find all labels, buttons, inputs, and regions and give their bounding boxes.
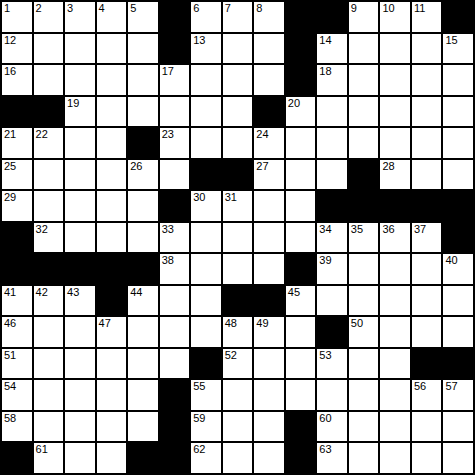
cell-r7-c5[interactable] (128, 191, 158, 221)
cell-r12-c4[interactable] (97, 349, 127, 379)
cell-r5-c15[interactable] (443, 128, 473, 158)
black-cell-r14-c6 (160, 412, 190, 442)
black-cell-r12-c14 (412, 349, 442, 379)
clue-number-18: 18 (319, 65, 331, 78)
cell-r12-c8[interactable]: 52 (223, 349, 253, 379)
cell-r6-c5[interactable]: 26 (128, 160, 158, 190)
cell-r9-c6[interactable]: 38 (160, 254, 190, 284)
cell-r12-c12[interactable] (349, 349, 379, 379)
black-cell-r6-c8 (223, 160, 253, 190)
clue-number-8: 8 (256, 2, 262, 15)
black-cell-r7-c15 (443, 191, 473, 221)
black-cell-r1-c11 (317, 2, 347, 32)
cell-r3-c2[interactable] (34, 65, 64, 95)
clue-number-34: 34 (319, 223, 331, 236)
cell-r11-c9[interactable]: 49 (254, 317, 284, 347)
cell-r2-c8[interactable] (223, 34, 253, 64)
cell-r2-c1[interactable]: 12 (2, 34, 32, 64)
cell-r9-c15[interactable]: 40 (443, 254, 473, 284)
cell-r15-c12[interactable] (349, 443, 379, 473)
cell-r3-c7[interactable] (191, 65, 221, 95)
cell-r4-c15[interactable] (443, 97, 473, 127)
cell-r8-c3[interactable] (65, 223, 95, 253)
clue-number-9: 9 (351, 2, 357, 15)
cell-r9-c12[interactable] (349, 254, 379, 284)
cell-r11-c12[interactable]: 50 (349, 317, 379, 347)
cell-r15-c13[interactable] (380, 443, 410, 473)
cell-r7-c3[interactable] (65, 191, 95, 221)
cell-r3-c13[interactable] (380, 65, 410, 95)
cell-r5-c1[interactable]: 21 (2, 128, 32, 158)
cell-r12-c1[interactable]: 51 (2, 349, 32, 379)
cell-r3-c5[interactable] (128, 65, 158, 95)
cell-r1-c14[interactable]: 11 (412, 2, 442, 32)
cell-r11-c6[interactable] (160, 317, 190, 347)
cell-r7-c2[interactable] (34, 191, 64, 221)
cell-r13-c12[interactable] (349, 380, 379, 410)
clue-number-21: 21 (4, 128, 16, 141)
cell-r6-c11[interactable] (317, 160, 347, 190)
cell-r11-c5[interactable] (128, 317, 158, 347)
cell-r1-c7[interactable]: 6 (191, 2, 221, 32)
cell-r15-c8[interactable] (223, 443, 253, 473)
clue-number-16: 16 (4, 65, 16, 78)
cell-r4-c5[interactable] (128, 97, 158, 127)
clue-number-45: 45 (288, 286, 300, 299)
cell-r4-c13[interactable] (380, 97, 410, 127)
cell-r6-c15[interactable] (443, 160, 473, 190)
cell-r8-c6[interactable]: 33 (160, 223, 190, 253)
clue-number-12: 12 (4, 34, 16, 47)
cell-r5-c14[interactable] (412, 128, 442, 158)
cell-r11-c1[interactable]: 46 (2, 317, 32, 347)
cell-r5-c8[interactable] (223, 128, 253, 158)
cell-r11-c10[interactable] (286, 317, 316, 347)
cell-r14-c4[interactable] (97, 412, 127, 442)
cell-r3-c11[interactable]: 18 (317, 65, 347, 95)
cell-r13-c1[interactable]: 54 (2, 380, 32, 410)
crossword-puzzle: 1234567891011121314151617181920212223242… (0, 0, 475, 475)
cell-r8-c4[interactable] (97, 223, 127, 253)
clue-number-3: 3 (67, 2, 73, 15)
cell-r2-c7[interactable]: 13 (191, 34, 221, 64)
clue-number-20: 20 (288, 97, 300, 110)
black-cell-r10-c8 (223, 286, 253, 316)
cell-r12-c13[interactable] (380, 349, 410, 379)
black-cell-r6-c12 (349, 160, 379, 190)
clue-number-22: 22 (36, 128, 48, 141)
cell-r10-c10[interactable]: 45 (286, 286, 316, 316)
cell-r5-c3[interactable] (65, 128, 95, 158)
cell-r3-c1[interactable]: 16 (2, 65, 32, 95)
cell-r1-c8[interactable]: 7 (223, 2, 253, 32)
cell-r15-c3[interactable] (65, 443, 95, 473)
cell-r6-c14[interactable] (412, 160, 442, 190)
clue-number-55: 55 (193, 380, 205, 393)
clue-number-5: 5 (130, 2, 136, 15)
clue-number-2: 2 (36, 2, 42, 15)
cell-r14-c2[interactable] (34, 412, 64, 442)
cell-r8-c9[interactable] (254, 223, 284, 253)
cell-r2-c13[interactable] (380, 34, 410, 64)
cell-r12-c10[interactable] (286, 349, 316, 379)
cell-r11-c13[interactable] (380, 317, 410, 347)
cell-r13-c2[interactable] (34, 380, 64, 410)
clue-number-53: 53 (319, 349, 331, 362)
cell-r7-c10[interactable] (286, 191, 316, 221)
cell-r4-c14[interactable] (412, 97, 442, 127)
cell-r1-c5[interactable]: 5 (128, 2, 158, 32)
cell-r7-c1[interactable]: 29 (2, 191, 32, 221)
cell-r9-c8[interactable] (223, 254, 253, 284)
cell-r10-c3[interactable]: 43 (65, 286, 95, 316)
clue-number-25: 25 (4, 160, 16, 173)
black-cell-r12-c15 (443, 349, 473, 379)
clue-number-15: 15 (445, 34, 457, 47)
black-cell-r9-c2 (34, 254, 64, 284)
cell-r15-c14[interactable] (412, 443, 442, 473)
cell-r11-c7[interactable] (191, 317, 221, 347)
cell-r6-c1[interactable]: 25 (2, 160, 32, 190)
cell-r4-c10[interactable]: 20 (286, 97, 316, 127)
cell-r4-c8[interactable] (223, 97, 253, 127)
cell-r5-c4[interactable] (97, 128, 127, 158)
clue-number-38: 38 (162, 254, 174, 267)
black-cell-r9-c3 (65, 254, 95, 284)
cell-r11-c15[interactable] (443, 317, 473, 347)
cell-r2-c4[interactable] (97, 34, 127, 64)
cell-r6-c3[interactable] (65, 160, 95, 190)
cell-r15-c2[interactable]: 61 (34, 443, 64, 473)
black-cell-r13-c6 (160, 380, 190, 410)
cell-r13-c11[interactable] (317, 380, 347, 410)
clue-number-57: 57 (445, 380, 457, 393)
clue-number-42: 42 (36, 286, 48, 299)
clue-number-48: 48 (225, 317, 237, 330)
cell-r5-c12[interactable] (349, 128, 379, 158)
cell-r4-c3[interactable]: 19 (65, 97, 95, 127)
clue-number-60: 60 (319, 412, 331, 425)
cell-r3-c14[interactable] (412, 65, 442, 95)
cell-r7-c4[interactable] (97, 191, 127, 221)
clue-number-52: 52 (225, 349, 237, 362)
cell-r13-c9[interactable] (254, 380, 284, 410)
cell-r15-c4[interactable] (97, 443, 127, 473)
cell-r12-c5[interactable] (128, 349, 158, 379)
cell-r13-c10[interactable] (286, 380, 316, 410)
clue-number-40: 40 (445, 254, 457, 267)
cell-r2-c2[interactable] (34, 34, 64, 64)
cell-r14-c7[interactable]: 59 (191, 412, 221, 442)
cell-r12-c3[interactable] (65, 349, 95, 379)
black-cell-r3-c10 (286, 65, 316, 95)
clue-number-14: 14 (319, 34, 331, 47)
cell-r2-c3[interactable] (65, 34, 95, 64)
cell-r5-c6[interactable]: 23 (160, 128, 190, 158)
clue-number-44: 44 (130, 286, 142, 299)
black-cell-r7-c12 (349, 191, 379, 221)
clue-number-41: 41 (4, 286, 16, 299)
cell-r3-c15[interactable] (443, 65, 473, 95)
cell-r10-c1[interactable]: 41 (2, 286, 32, 316)
black-cell-r2-c6 (160, 34, 190, 64)
black-cell-r1-c10 (286, 2, 316, 32)
black-cell-r2-c10 (286, 34, 316, 64)
cell-r8-c11[interactable]: 34 (317, 223, 347, 253)
cell-r14-c9[interactable] (254, 412, 284, 442)
clue-number-26: 26 (130, 160, 142, 173)
clue-number-47: 47 (99, 317, 111, 330)
cell-r10-c5[interactable]: 44 (128, 286, 158, 316)
clue-number-29: 29 (4, 191, 16, 204)
clue-number-61: 61 (36, 443, 48, 456)
cell-r11-c4[interactable]: 47 (97, 317, 127, 347)
black-cell-r1-c15 (443, 2, 473, 32)
cell-r15-c15[interactable] (443, 443, 473, 473)
cell-r8-c12[interactable]: 35 (349, 223, 379, 253)
cell-r14-c1[interactable]: 58 (2, 412, 32, 442)
cell-r14-c3[interactable] (65, 412, 95, 442)
cell-r1-c2[interactable]: 2 (34, 2, 64, 32)
cell-r10-c12[interactable] (349, 286, 379, 316)
cell-r12-c9[interactable] (254, 349, 284, 379)
clue-number-39: 39 (319, 254, 331, 267)
cell-r3-c8[interactable] (223, 65, 253, 95)
black-cell-r7-c13 (380, 191, 410, 221)
cell-r9-c14[interactable] (412, 254, 442, 284)
black-cell-r14-c10 (286, 412, 316, 442)
cell-r15-c9[interactable] (254, 443, 284, 473)
black-cell-r11-c11 (317, 317, 347, 347)
cell-r5-c9[interactable]: 24 (254, 128, 284, 158)
cell-r10-c7[interactable] (191, 286, 221, 316)
clue-number-6: 6 (193, 2, 199, 15)
clue-number-46: 46 (4, 317, 16, 330)
cell-r1-c13[interactable]: 10 (380, 2, 410, 32)
black-cell-r4-c2 (34, 97, 64, 127)
cell-r8-c10[interactable] (286, 223, 316, 253)
cell-r12-c6[interactable] (160, 349, 190, 379)
clue-number-50: 50 (351, 317, 363, 330)
cell-r10-c6[interactable] (160, 286, 190, 316)
cell-r8-c8[interactable] (223, 223, 253, 253)
clue-number-35: 35 (351, 223, 363, 236)
black-cell-r10-c9 (254, 286, 284, 316)
cell-r9-c13[interactable] (380, 254, 410, 284)
cell-r13-c7[interactable]: 55 (191, 380, 221, 410)
clue-number-63: 63 (319, 443, 331, 456)
cell-r11-c2[interactable] (34, 317, 64, 347)
cell-r5-c11[interactable] (317, 128, 347, 158)
clue-number-13: 13 (193, 34, 205, 47)
cell-r6-c9[interactable]: 27 (254, 160, 284, 190)
black-cell-r15-c10 (286, 443, 316, 473)
black-cell-r7-c14 (412, 191, 442, 221)
cell-r4-c4[interactable] (97, 97, 127, 127)
clue-number-59: 59 (193, 412, 205, 425)
cell-r13-c4[interactable] (97, 380, 127, 410)
cell-r11-c14[interactable] (412, 317, 442, 347)
cell-r8-c14[interactable]: 37 (412, 223, 442, 253)
clue-number-31: 31 (225, 191, 237, 204)
clue-number-23: 23 (162, 128, 174, 141)
cell-r4-c12[interactable] (349, 97, 379, 127)
clue-number-30: 30 (193, 191, 205, 204)
cell-r6-c4[interactable] (97, 160, 127, 190)
cell-r14-c12[interactable] (349, 412, 379, 442)
cell-r12-c2[interactable] (34, 349, 64, 379)
clue-number-33: 33 (162, 223, 174, 236)
cell-r5-c7[interactable] (191, 128, 221, 158)
cell-r3-c9[interactable] (254, 65, 284, 95)
black-cell-r6-c7 (191, 160, 221, 190)
cell-r7-c7[interactable]: 30 (191, 191, 221, 221)
clue-number-19: 19 (67, 97, 79, 110)
clue-number-27: 27 (256, 160, 268, 173)
cell-r4-c7[interactable] (191, 97, 221, 127)
cell-r4-c6[interactable] (160, 97, 190, 127)
black-cell-r8-c1 (2, 223, 32, 253)
black-cell-r15-c5 (128, 443, 158, 473)
cell-r3-c12[interactable] (349, 65, 379, 95)
cell-r13-c3[interactable] (65, 380, 95, 410)
cell-r3-c3[interactable] (65, 65, 95, 95)
cell-r14-c14[interactable] (412, 412, 442, 442)
cell-r3-c4[interactable] (97, 65, 127, 95)
cell-r12-c11[interactable]: 53 (317, 349, 347, 379)
cell-r8-c7[interactable] (191, 223, 221, 253)
cell-r13-c5[interactable] (128, 380, 158, 410)
cell-r6-c2[interactable] (34, 160, 64, 190)
cell-r15-c11[interactable]: 63 (317, 443, 347, 473)
black-cell-r9-c5 (128, 254, 158, 284)
cell-r15-c7[interactable]: 62 (191, 443, 221, 473)
black-cell-r8-c15 (443, 223, 473, 253)
clue-number-37: 37 (414, 223, 426, 236)
cell-r6-c13[interactable]: 28 (380, 160, 410, 190)
cell-r2-c12[interactable] (349, 34, 379, 64)
crossword-board: 1234567891011121314151617181920212223242… (0, 0, 475, 475)
cell-r10-c11[interactable] (317, 286, 347, 316)
cell-r14-c13[interactable] (380, 412, 410, 442)
cell-r10-c2[interactable]: 42 (34, 286, 64, 316)
cell-r9-c7[interactable] (191, 254, 221, 284)
clue-number-7: 7 (225, 2, 231, 15)
cell-r2-c5[interactable] (128, 34, 158, 64)
clue-number-1: 1 (4, 2, 10, 15)
cell-r14-c5[interactable] (128, 412, 158, 442)
cell-r1-c9[interactable]: 8 (254, 2, 284, 32)
cell-r13-c13[interactable] (380, 380, 410, 410)
clue-number-32: 32 (36, 223, 48, 236)
cell-r14-c11[interactable]: 60 (317, 412, 347, 442)
cell-r8-c2[interactable]: 32 (34, 223, 64, 253)
black-cell-r10-c4 (97, 286, 127, 316)
cell-r5-c13[interactable] (380, 128, 410, 158)
cell-r10-c14[interactable] (412, 286, 442, 316)
black-cell-r4-c1 (2, 97, 32, 127)
clue-number-28: 28 (382, 160, 394, 173)
cell-r10-c15[interactable] (443, 286, 473, 316)
black-cell-r15-c1 (2, 443, 32, 473)
clue-number-43: 43 (67, 286, 79, 299)
cell-r2-c9[interactable] (254, 34, 284, 64)
cell-r1-c12[interactable]: 9 (349, 2, 379, 32)
black-cell-r9-c4 (97, 254, 127, 284)
cell-r5-c10[interactable] (286, 128, 316, 158)
black-cell-r5-c5 (128, 128, 158, 158)
clue-number-36: 36 (382, 223, 394, 236)
cell-r10-c13[interactable] (380, 286, 410, 316)
clue-number-62: 62 (193, 443, 205, 456)
clue-number-49: 49 (256, 317, 268, 330)
cell-r2-c11[interactable]: 14 (317, 34, 347, 64)
cell-r14-c15[interactable] (443, 412, 473, 442)
cell-r13-c14[interactable]: 56 (412, 380, 442, 410)
black-cell-r7-c11 (317, 191, 347, 221)
cell-r8-c5[interactable] (128, 223, 158, 253)
clue-number-56: 56 (414, 380, 426, 393)
cell-r7-c8[interactable]: 31 (223, 191, 253, 221)
cell-r2-c15[interactable]: 15 (443, 34, 473, 64)
clue-number-4: 4 (99, 2, 105, 15)
cell-r14-c8[interactable] (223, 412, 253, 442)
clue-number-51: 51 (4, 349, 16, 362)
cell-r11-c8[interactable]: 48 (223, 317, 253, 347)
clue-number-24: 24 (256, 128, 268, 141)
black-cell-r15-c6 (160, 443, 190, 473)
black-cell-r9-c1 (2, 254, 32, 284)
cell-r2-c14[interactable] (412, 34, 442, 64)
cell-r6-c6[interactable] (160, 160, 190, 190)
black-cell-r9-c10 (286, 254, 316, 284)
cell-r3-c6[interactable]: 17 (160, 65, 190, 95)
clue-number-54: 54 (4, 380, 16, 393)
black-cell-r4-c9 (254, 97, 284, 127)
cell-r13-c15[interactable]: 57 (443, 380, 473, 410)
clue-number-58: 58 (4, 412, 16, 425)
cell-r8-c13[interactable]: 36 (380, 223, 410, 253)
clue-number-11: 11 (414, 2, 425, 15)
cell-r1-c1[interactable]: 1 (2, 2, 32, 32)
cell-r7-c9[interactable] (254, 191, 284, 221)
black-cell-r7-c6 (160, 191, 190, 221)
black-cell-r1-c6 (160, 2, 190, 32)
cell-r13-c8[interactable] (223, 380, 253, 410)
cell-r11-c3[interactable] (65, 317, 95, 347)
cell-r5-c2[interactable]: 22 (34, 128, 64, 158)
cell-r4-c11[interactable] (317, 97, 347, 127)
black-cell-r12-c7 (191, 349, 221, 379)
clue-number-10: 10 (382, 2, 394, 15)
cell-r6-c10[interactable] (286, 160, 316, 190)
clue-number-17: 17 (162, 65, 174, 78)
cell-r1-c3[interactable]: 3 (65, 2, 95, 32)
cell-r9-c11[interactable]: 39 (317, 254, 347, 284)
cell-r1-c4[interactable]: 4 (97, 2, 127, 32)
cell-r9-c9[interactable] (254, 254, 284, 284)
